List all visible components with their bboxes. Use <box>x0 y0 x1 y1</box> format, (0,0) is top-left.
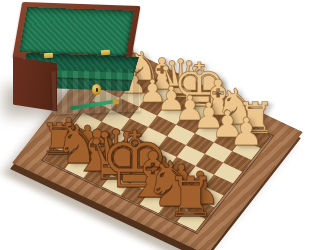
keyhole-icon <box>96 88 98 92</box>
brass-hinge-icon <box>44 53 53 59</box>
brass-hinge-icon <box>101 50 110 56</box>
box-left-side <box>13 57 57 112</box>
chess-set-product-photo: ♜♞♝♛♚♝♞♜♟♟♟♟♟♟♟♟♟♟♟♟♟♟♟♟♜♞♝♛♚♝♞♜ <box>0 0 335 250</box>
box-lid-felt-lining <box>19 7 133 56</box>
brass-tip <box>112 98 119 104</box>
